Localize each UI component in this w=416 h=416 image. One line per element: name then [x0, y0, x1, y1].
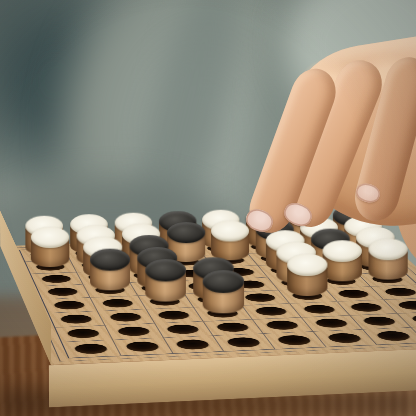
player-hand: [0, 0, 416, 416]
photo-scene: [0, 0, 416, 416]
